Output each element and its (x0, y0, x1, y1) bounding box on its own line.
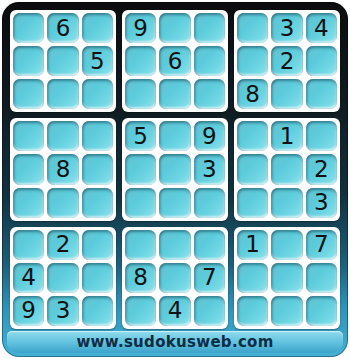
cell-value: 4 (21, 266, 36, 289)
cell-value: 3 (314, 191, 329, 214)
cell-r8c2[interactable] (47, 263, 78, 293)
box-2-3: 123 (234, 118, 340, 220)
cell-r4c5[interactable] (159, 121, 190, 151)
cell-r9c9[interactable] (306, 296, 337, 326)
cell-r8c6[interactable]: 7 (194, 263, 225, 293)
cell-r3c9[interactable] (306, 79, 337, 109)
cell-r2c6[interactable] (194, 46, 225, 76)
sudoku-board: 659634288593123249387417 (10, 10, 340, 329)
cell-r1c1[interactable] (13, 13, 44, 43)
cell-value: 9 (202, 125, 217, 148)
cell-r4c4[interactable]: 5 (125, 121, 156, 151)
cell-r5c5[interactable] (159, 154, 190, 184)
cell-r2c5[interactable]: 6 (159, 46, 190, 76)
cell-r5c9[interactable]: 2 (306, 154, 337, 184)
cell-r3c5[interactable] (159, 79, 190, 109)
cell-r6c1[interactable] (13, 188, 44, 218)
cell-value: 6 (56, 17, 71, 40)
cell-r8c4[interactable]: 8 (125, 263, 156, 293)
box-3-2: 874 (122, 227, 228, 329)
cell-r2c8[interactable]: 2 (271, 46, 302, 76)
cell-r3c3[interactable] (82, 79, 113, 109)
cell-r9c3[interactable] (82, 296, 113, 326)
cell-r9c4[interactable] (125, 296, 156, 326)
box-1-3: 3428 (234, 10, 340, 112)
cell-r8c1[interactable]: 4 (13, 263, 44, 293)
cell-r3c6[interactable] (194, 79, 225, 109)
cell-r4c1[interactable] (13, 121, 44, 151)
cell-r3c2[interactable] (47, 79, 78, 109)
cell-r8c3[interactable] (82, 263, 113, 293)
cell-r5c1[interactable] (13, 154, 44, 184)
cell-r7c9[interactable]: 7 (306, 230, 337, 260)
cell-r1c6[interactable] (194, 13, 225, 43)
box-1-1: 65 (10, 10, 116, 112)
cell-r6c9[interactable]: 3 (306, 188, 337, 218)
cell-value: 8 (133, 266, 148, 289)
cell-r4c9[interactable] (306, 121, 337, 151)
cell-value: 7 (314, 233, 329, 256)
cell-value: 8 (245, 83, 260, 106)
cell-value: 8 (56, 158, 71, 181)
cell-r5c2[interactable]: 8 (47, 154, 78, 184)
cell-r6c4[interactable] (125, 188, 156, 218)
cell-r2c3[interactable]: 5 (82, 46, 113, 76)
cell-r5c4[interactable] (125, 154, 156, 184)
cell-r6c7[interactable] (237, 188, 268, 218)
cell-r5c8[interactable] (271, 154, 302, 184)
cell-r1c7[interactable] (237, 13, 268, 43)
cell-r2c1[interactable] (13, 46, 44, 76)
cell-r5c7[interactable] (237, 154, 268, 184)
box-1-2: 96 (122, 10, 228, 112)
cell-r2c9[interactable] (306, 46, 337, 76)
footer-bar: www.sudokusweb.com (7, 331, 343, 353)
cell-value: 4 (314, 17, 329, 40)
cell-value: 7 (202, 266, 217, 289)
cell-r6c2[interactable] (47, 188, 78, 218)
cell-value: 2 (314, 158, 329, 181)
cell-r9c5[interactable]: 4 (159, 296, 190, 326)
cell-r7c7[interactable]: 1 (237, 230, 268, 260)
cell-r1c5[interactable] (159, 13, 190, 43)
cell-value: 9 (21, 299, 36, 322)
cell-r3c7[interactable]: 8 (237, 79, 268, 109)
cell-value: 2 (280, 50, 295, 73)
cell-r4c3[interactable] (82, 121, 113, 151)
cell-r9c2[interactable]: 3 (47, 296, 78, 326)
cell-value: 1 (245, 233, 260, 256)
cell-r9c8[interactable] (271, 296, 302, 326)
cell-value: 9 (133, 17, 148, 40)
cell-value: 6 (168, 50, 183, 73)
cell-r9c6[interactable] (194, 296, 225, 326)
cell-r8c8[interactable] (271, 263, 302, 293)
cell-r3c1[interactable] (13, 79, 44, 109)
cell-r7c6[interactable] (194, 230, 225, 260)
cell-r1c2[interactable]: 6 (47, 13, 78, 43)
cell-r3c8[interactable] (271, 79, 302, 109)
cell-value: 4 (168, 299, 183, 322)
cell-r7c4[interactable] (125, 230, 156, 260)
box-2-2: 593 (122, 118, 228, 220)
cell-r1c4[interactable]: 9 (125, 13, 156, 43)
cell-r2c7[interactable] (237, 46, 268, 76)
cell-r8c9[interactable] (306, 263, 337, 293)
cell-r1c8[interactable]: 3 (271, 13, 302, 43)
cell-r6c6[interactable] (194, 188, 225, 218)
cell-r8c5[interactable] (159, 263, 190, 293)
cell-r7c1[interactable] (13, 230, 44, 260)
cell-r3c4[interactable] (125, 79, 156, 109)
cell-value: 2 (56, 233, 71, 256)
cell-r4c6[interactable]: 9 (194, 121, 225, 151)
cell-r9c7[interactable] (237, 296, 268, 326)
cell-r7c8[interactable] (271, 230, 302, 260)
cell-value: 5 (90, 50, 105, 73)
cell-r4c2[interactable] (47, 121, 78, 151)
sudoku-app: 659634288593123249387417 www.sudokusweb.… (0, 0, 350, 360)
cell-r5c3[interactable] (82, 154, 113, 184)
cell-value: 3 (280, 17, 295, 40)
cell-r6c3[interactable] (82, 188, 113, 218)
cell-r7c2[interactable]: 2 (47, 230, 78, 260)
cell-r1c9[interactable]: 4 (306, 13, 337, 43)
cell-r4c7[interactable] (237, 121, 268, 151)
cell-r9c1[interactable]: 9 (13, 296, 44, 326)
cell-r6c8[interactable] (271, 188, 302, 218)
cell-value: 1 (280, 125, 295, 148)
box-2-1: 8 (10, 118, 116, 220)
cell-r2c4[interactable] (125, 46, 156, 76)
cell-r1c3[interactable] (82, 13, 113, 43)
cell-value: 5 (133, 125, 148, 148)
cell-r6c5[interactable] (159, 188, 190, 218)
cell-value: 3 (56, 299, 71, 322)
cell-r7c3[interactable] (82, 230, 113, 260)
site-url[interactable]: www.sudokusweb.com (76, 333, 273, 351)
cell-r2c2[interactable] (47, 46, 78, 76)
cell-r7c5[interactable] (159, 230, 190, 260)
cell-r5c6[interactable]: 3 (194, 154, 225, 184)
box-3-3: 17 (234, 227, 340, 329)
cell-value: 3 (202, 158, 217, 181)
cell-r4c8[interactable]: 1 (271, 121, 302, 151)
cell-r8c7[interactable] (237, 263, 268, 293)
box-3-1: 2493 (10, 227, 116, 329)
board-frame: 659634288593123249387417 www.sudokusweb.… (2, 2, 348, 357)
